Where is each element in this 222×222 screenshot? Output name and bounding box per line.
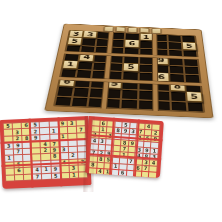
board-cell [82, 39, 95, 46]
page-cell: 8 [22, 136, 30, 142]
page-cell: 4 [135, 153, 142, 158]
number-tile: 6 [154, 72, 170, 81]
page-cell [40, 128, 48, 134]
board-cell [111, 40, 124, 47]
page-cell [23, 142, 31, 148]
page-cell: 4 [145, 124, 152, 129]
board-cell: 5 [107, 80, 121, 88]
board-cell [183, 51, 196, 58]
number-tile: 9 [154, 56, 169, 65]
board-cell [74, 88, 89, 97]
page-cell: 8 [115, 128, 122, 133]
page-cell: 9 [152, 136, 159, 141]
board-cell [185, 66, 199, 74]
board-cell [154, 35, 166, 42]
page-cell [4, 130, 12, 136]
board-cell [185, 75, 199, 83]
page-cell: 3 [67, 121, 75, 127]
right-page-grid: 6541893722315943897391729148385734816741… [89, 119, 161, 171]
board-cell [170, 66, 184, 74]
page-cell [68, 140, 76, 146]
page-cell: 3 [107, 133, 114, 138]
board-cell [112, 33, 125, 40]
page-cell: 1 [5, 156, 13, 162]
page-cell: 4 [60, 160, 68, 166]
page-cell: 2 [69, 153, 77, 159]
page-cell: 8 [51, 154, 59, 160]
page-cell: 1 [70, 172, 78, 178]
board-cell [168, 35, 181, 42]
page-cell: 1 [49, 128, 57, 134]
page-cell [42, 173, 50, 179]
board-cell [72, 97, 88, 106]
page-cell [6, 175, 14, 181]
number-tile: 1 [62, 60, 79, 69]
page-cell: 7 [14, 149, 22, 155]
page-cell [13, 123, 21, 129]
board-cell [97, 39, 110, 46]
board-grid: 331565491566585 [53, 30, 205, 113]
board-cell [171, 102, 186, 111]
page-cell [24, 174, 32, 180]
board-cell [139, 100, 153, 109]
board-cell: 8 [170, 83, 184, 91]
board-cell [77, 70, 92, 78]
page-cell: 5 [51, 173, 59, 179]
page-cell: 6 [135, 165, 142, 170]
page-cell: 5 [105, 157, 112, 162]
page-cell [127, 171, 134, 176]
board-cell [96, 47, 109, 54]
page-cell [49, 121, 57, 127]
board-cell: 9 [155, 57, 168, 64]
page-cell [23, 155, 31, 161]
page-cell [23, 148, 31, 154]
booklet-fold [83, 116, 94, 192]
board-cell [139, 91, 153, 100]
board-cell [75, 79, 90, 87]
number-tile: 6 [58, 77, 75, 87]
page-cell: 9 [122, 128, 129, 133]
board-cell: 4 [80, 54, 94, 61]
page-cell [120, 158, 127, 163]
page-cell [107, 121, 114, 126]
board-cell [95, 55, 109, 62]
board-cell [57, 87, 73, 96]
page-cell: 3 [69, 166, 77, 172]
page-cell [142, 172, 149, 177]
board-cell [154, 42, 167, 49]
page-cell: 9 [51, 167, 59, 173]
page-cell [106, 139, 113, 144]
board-cell [169, 58, 182, 66]
page-cell: 8 [97, 157, 104, 162]
page-cell: 2 [41, 148, 49, 154]
board-cell [91, 80, 106, 88]
board-cell [155, 91, 169, 100]
board-cell [140, 49, 153, 56]
page-cell [5, 162, 13, 168]
board-cell [110, 55, 123, 62]
page-cell: 1 [42, 167, 50, 173]
page-cell [50, 134, 58, 140]
board-cell [123, 81, 137, 89]
page-cell [24, 161, 32, 167]
page-cell: 3 [99, 139, 106, 144]
board-cell: 5 [183, 43, 196, 50]
board-cell [184, 58, 198, 66]
board-cell: 6 [155, 74, 169, 82]
page-cell: 1 [99, 127, 106, 132]
page-cell [128, 147, 135, 152]
number-tile: 6 [125, 40, 140, 48]
puzzle-booklet: 56593321728913947729318254264193751 6541… [0, 112, 170, 212]
page-cell: 6 [15, 168, 23, 174]
number-tile: 8 [169, 82, 185, 92]
page-cell [4, 136, 12, 142]
page-cell [150, 166, 157, 171]
page-cell [114, 134, 121, 139]
page-cell [60, 166, 68, 172]
board-cell: 5 [124, 64, 137, 72]
number-tile: 5 [67, 37, 83, 45]
page-cell [40, 122, 48, 128]
board-wood-face: 331565491566585 [44, 24, 213, 119]
page-cell [114, 140, 121, 145]
board-cell [124, 72, 138, 80]
page-cell [61, 173, 69, 179]
board-cell: 3 [84, 32, 97, 39]
page-cell [41, 135, 49, 141]
page-cell: 6 [22, 123, 30, 129]
page-cell: 2 [13, 136, 21, 142]
page-cell: 3 [5, 143, 13, 149]
page-cell: 3 [130, 129, 137, 134]
board-cell [109, 63, 123, 71]
page-cell: 1 [59, 134, 67, 140]
page-cell: 7 [33, 174, 41, 180]
board-cell [105, 99, 120, 108]
board-cell [169, 50, 182, 57]
board-cell [78, 62, 92, 70]
page-cell [68, 134, 76, 140]
page-cell: 9 [129, 141, 136, 146]
page-cell: 5 [144, 136, 151, 141]
page-cell: 6 [119, 170, 126, 175]
board-cell [188, 102, 203, 111]
board-cell: 1 [140, 34, 152, 41]
board-cell [139, 82, 153, 90]
page-cell [68, 127, 76, 133]
booklet-right-page: 6541893722315943897391729148385734816741… [85, 116, 164, 178]
number-tile: 5 [106, 79, 122, 89]
page-cell: 5 [31, 122, 39, 128]
board-cell: 6 [126, 41, 139, 48]
board-cell [155, 82, 169, 90]
board-cell: 5 [187, 93, 202, 102]
board-cell: 5 [68, 38, 82, 45]
page-cell: 7 [142, 166, 149, 171]
page-cell: 4 [97, 169, 104, 174]
board-cell [90, 89, 105, 98]
page-cell [32, 142, 40, 148]
product-photo: 331565491566585 565933217289139477293182… [0, 0, 222, 222]
left-page-grid: 56593321728913947729318254264193751 [3, 119, 88, 182]
page-cell: 9 [32, 135, 40, 141]
page-cell: 4 [33, 167, 41, 173]
number-tile: 1 [139, 33, 153, 41]
board-cell: 1 [63, 61, 78, 69]
page-cell [32, 148, 40, 154]
page-cell [60, 153, 68, 159]
page-cell [134, 171, 141, 176]
board-cell [125, 48, 138, 55]
page-cell: 1 [104, 169, 111, 174]
board-cell [155, 101, 170, 110]
page-cell [15, 175, 23, 181]
page-cell: 7 [128, 159, 135, 164]
booklet-left-page: 56593321728913947729318254264193751 [0, 116, 91, 189]
number-tile: 4 [79, 53, 95, 62]
board-cell [140, 56, 153, 63]
number-tile: 5 [186, 91, 203, 101]
board-cell [139, 73, 153, 81]
page-cell [32, 154, 40, 160]
page-cell [42, 154, 50, 160]
board-cell [171, 92, 186, 101]
board-cell [106, 89, 121, 98]
page-cell [113, 152, 120, 157]
page-cell: 9 [58, 121, 66, 127]
number-tile: 5 [182, 42, 197, 50]
page-cell: 1 [112, 164, 119, 169]
page-cell [14, 155, 22, 161]
page-cell [6, 169, 14, 175]
board-cell [123, 90, 137, 99]
board-cell [139, 65, 152, 73]
page-cell: 1 [137, 135, 144, 140]
board-cell [169, 43, 182, 50]
page-cell [149, 172, 156, 177]
board-cell [89, 98, 104, 107]
board-cell [122, 99, 137, 108]
page-cell [24, 168, 32, 174]
board-cell: 6 [59, 78, 74, 86]
page-cell [112, 170, 119, 175]
page-cell: 4 [150, 160, 157, 165]
board-cell [110, 47, 123, 54]
page-cell [127, 165, 134, 170]
board-cell [92, 71, 106, 79]
number-tile: 3 [83, 31, 98, 39]
page-cell: 1 [120, 152, 127, 157]
board-cell [140, 41, 153, 48]
board-cell [66, 46, 80, 53]
page-cell: 5 [4, 123, 12, 129]
page-cell [113, 146, 120, 151]
page-cell: 3 [59, 147, 67, 153]
board-cell [94, 63, 108, 71]
board-cell [98, 32, 111, 39]
number-tile: 5 [123, 63, 139, 72]
board-cell [55, 97, 71, 106]
